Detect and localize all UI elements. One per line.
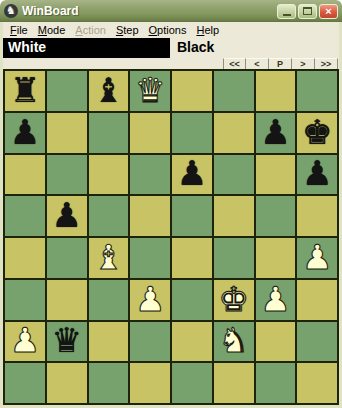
- square-h5[interactable]: [297, 196, 337, 236]
- square-f1[interactable]: [214, 363, 254, 403]
- menu-item-options[interactable]: Options: [144, 23, 192, 37]
- square-e6[interactable]: ♟: [172, 155, 212, 195]
- chess-board: ♜♝♛♟♟♚♟♟♟♝♟♟♚♟♟♛♞: [3, 69, 339, 405]
- square-c7[interactable]: [89, 113, 129, 153]
- pause-button[interactable]: P: [269, 58, 292, 69]
- black-player-label: Black: [170, 38, 214, 58]
- square-a2[interactable]: ♟: [5, 322, 45, 362]
- close-button[interactable]: ×: [319, 4, 338, 19]
- rewind-to-start-button[interactable]: <<: [223, 58, 246, 69]
- minimize-icon: [283, 14, 291, 16]
- square-c6[interactable]: [89, 155, 129, 195]
- square-g3[interactable]: ♟: [256, 280, 296, 320]
- step-forward-button[interactable]: >: [292, 58, 315, 69]
- square-e1[interactable]: [172, 363, 212, 403]
- square-c1[interactable]: [89, 363, 129, 403]
- square-g4[interactable]: [256, 238, 296, 278]
- minimize-button[interactable]: [277, 4, 296, 19]
- square-d6[interactable]: [130, 155, 170, 195]
- square-h8[interactable]: [297, 71, 337, 111]
- square-b3[interactable]: [47, 280, 87, 320]
- square-a1[interactable]: [5, 363, 45, 403]
- square-g2[interactable]: [256, 322, 296, 362]
- square-a7[interactable]: ♟: [5, 113, 45, 153]
- square-f2[interactable]: ♞: [214, 322, 254, 362]
- square-a3[interactable]: [5, 280, 45, 320]
- square-c8[interactable]: ♝: [89, 71, 129, 111]
- winboard-window: ♞ WinBoard × FileModeActionStepOptionsHe…: [0, 0, 342, 408]
- square-e7[interactable]: [172, 113, 212, 153]
- square-h2[interactable]: [297, 322, 337, 362]
- black-bishop[interactable]: ♝: [93, 73, 123, 107]
- white-queen[interactable]: ♛: [135, 73, 165, 107]
- square-b1[interactable]: [47, 363, 87, 403]
- square-h7[interactable]: ♚: [297, 113, 337, 153]
- square-d3[interactable]: ♟: [130, 280, 170, 320]
- square-f3[interactable]: ♚: [214, 280, 254, 320]
- menu-item-help[interactable]: Help: [191, 23, 224, 37]
- square-b5[interactable]: ♟: [47, 196, 87, 236]
- title-bar[interactable]: ♞ WinBoard ×: [0, 0, 342, 22]
- black-pawn[interactable]: ♟: [10, 115, 40, 149]
- square-g5[interactable]: [256, 196, 296, 236]
- black-pawn[interactable]: ♟: [51, 198, 81, 232]
- square-e2[interactable]: [172, 322, 212, 362]
- square-a8[interactable]: ♜: [5, 71, 45, 111]
- square-f6[interactable]: [214, 155, 254, 195]
- square-b4[interactable]: [47, 238, 87, 278]
- black-king[interactable]: ♚: [302, 115, 332, 149]
- menu-bar: FileModeActionStepOptionsHelp: [3, 22, 339, 38]
- square-b7[interactable]: [47, 113, 87, 153]
- menu-item-file[interactable]: File: [5, 23, 33, 37]
- square-g6[interactable]: [256, 155, 296, 195]
- step-back-button[interactable]: <: [246, 58, 269, 69]
- square-c2[interactable]: [89, 322, 129, 362]
- forward-to-end-button[interactable]: >>: [315, 58, 338, 69]
- square-e4[interactable]: [172, 238, 212, 278]
- square-c3[interactable]: [89, 280, 129, 320]
- menu-item-action: Action: [70, 23, 111, 37]
- game-navigation-toolbar: <<<P>>>: [3, 58, 339, 69]
- square-e8[interactable]: [172, 71, 212, 111]
- square-b2[interactable]: ♛: [47, 322, 87, 362]
- square-b8[interactable]: [47, 71, 87, 111]
- white-knight[interactable]: ♞: [218, 323, 248, 357]
- square-d4[interactable]: [130, 238, 170, 278]
- black-queen[interactable]: ♛: [51, 323, 81, 357]
- square-h3[interactable]: [297, 280, 337, 320]
- close-icon: ×: [325, 5, 331, 18]
- square-d7[interactable]: [130, 113, 170, 153]
- square-b6[interactable]: [47, 155, 87, 195]
- black-pawn[interactable]: ♟: [177, 156, 207, 190]
- square-f4[interactable]: [214, 238, 254, 278]
- square-c4[interactable]: ♝: [89, 238, 129, 278]
- black-rook[interactable]: ♜: [10, 73, 40, 107]
- square-d5[interactable]: [130, 196, 170, 236]
- square-a6[interactable]: [5, 155, 45, 195]
- square-g8[interactable]: [256, 71, 296, 111]
- menu-item-step[interactable]: Step: [111, 23, 144, 37]
- maximize-button[interactable]: [298, 4, 317, 19]
- square-c5[interactable]: [89, 196, 129, 236]
- white-bishop[interactable]: ♝: [93, 240, 123, 274]
- square-e3[interactable]: [172, 280, 212, 320]
- maximize-icon: [303, 7, 312, 15]
- square-d1[interactable]: [130, 363, 170, 403]
- player-name-row: White Black: [3, 38, 339, 58]
- window-title: WinBoard: [22, 4, 79, 18]
- white-pawn[interactable]: ♟: [302, 240, 332, 274]
- square-g7[interactable]: ♟: [256, 113, 296, 153]
- square-a4[interactable]: [5, 238, 45, 278]
- white-player-label: White: [3, 38, 170, 58]
- white-pawn[interactable]: ♟: [10, 323, 40, 357]
- knight-logo-icon: ♞: [4, 4, 18, 18]
- black-pawn[interactable]: ♟: [260, 115, 290, 149]
- square-d2[interactable]: [130, 322, 170, 362]
- black-pawn[interactable]: ♟: [302, 156, 332, 190]
- white-king[interactable]: ♚: [218, 282, 248, 316]
- square-f8[interactable]: [214, 71, 254, 111]
- square-d8[interactable]: ♛: [130, 71, 170, 111]
- square-a5[interactable]: [5, 196, 45, 236]
- window-controls: ×: [277, 4, 338, 19]
- window-content: FileModeActionStepOptionsHelp White Blac…: [3, 22, 339, 405]
- square-f7[interactable]: [214, 113, 254, 153]
- square-e5[interactable]: [172, 196, 212, 236]
- square-g1[interactable]: [256, 363, 296, 403]
- white-pawn[interactable]: ♟: [260, 282, 290, 316]
- menu-item-mode[interactable]: Mode: [33, 23, 71, 37]
- white-pawn[interactable]: ♟: [135, 282, 165, 316]
- square-h4[interactable]: ♟: [297, 238, 337, 278]
- square-f5[interactable]: [214, 196, 254, 236]
- square-h6[interactable]: ♟: [297, 155, 337, 195]
- square-h1[interactable]: [297, 363, 337, 403]
